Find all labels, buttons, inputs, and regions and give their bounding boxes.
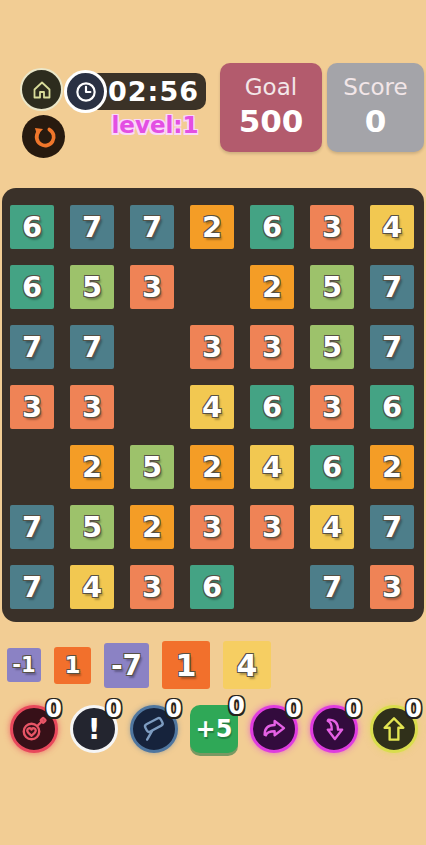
board-tile-r7c7[interactable]: 3 — [370, 565, 414, 609]
game-board: 6772634653257773357334636252462752334774… — [2, 188, 424, 622]
board-tile-r7c6[interactable]: 7 — [310, 565, 354, 609]
tray-tile-1[interactable]: -1 — [7, 648, 41, 682]
arrow-right-count-badge: 0 — [285, 695, 302, 723]
board-tile-r4c7[interactable]: 6 — [370, 385, 414, 429]
board-tile-r5c7[interactable]: 2 — [370, 445, 414, 489]
board-tile-r3c5[interactable]: 3 — [250, 325, 294, 369]
board-tile-r6c3[interactable]: 2 — [130, 505, 174, 549]
hammer-count-badge: 0 — [165, 695, 182, 723]
board-tile-r3c6[interactable]: 5 — [310, 325, 354, 369]
tray-tile-4[interactable]: 1 — [162, 641, 210, 689]
board-tile-r3c4[interactable]: 3 — [190, 325, 234, 369]
board-empty-cell-r3c3 — [130, 325, 174, 369]
board-tile-r2c3[interactable]: 3 — [130, 265, 174, 309]
board-tile-r2c1[interactable]: 6 — [10, 265, 54, 309]
score-card: Score 0 — [327, 63, 424, 152]
tray-tile-5[interactable]: 4 — [223, 641, 271, 689]
goal-card: Goal 500 — [220, 63, 322, 152]
board-tile-r1c1[interactable]: 6 — [10, 205, 54, 249]
board-tile-r1c2[interactable]: 7 — [70, 205, 114, 249]
timer-value: 02:56 — [108, 76, 199, 107]
restart-icon — [30, 123, 58, 151]
board-tile-r6c2[interactable]: 5 — [70, 505, 114, 549]
arrow-up-button[interactable]: 0 — [370, 705, 418, 753]
board-tile-r5c2[interactable]: 2 — [70, 445, 114, 489]
board-tile-r4c1[interactable]: 3 — [10, 385, 54, 429]
level-label: level:1 — [96, 112, 214, 138]
heart-magnifier-count-badge: 0 — [45, 695, 62, 723]
board-tile-r7c4[interactable]: 6 — [190, 565, 234, 609]
board-tile-r7c1[interactable]: 7 — [10, 565, 54, 609]
board-tile-r4c4[interactable]: 4 — [190, 385, 234, 429]
board-tile-r5c6[interactable]: 6 — [310, 445, 354, 489]
restart-button[interactable] — [22, 115, 65, 158]
board-tile-r1c7[interactable]: 4 — [370, 205, 414, 249]
board-tile-r2c2[interactable]: 5 — [70, 265, 114, 309]
clock-icon — [73, 79, 99, 105]
home-icon — [30, 78, 54, 102]
plus-five-icon: +5 — [196, 715, 233, 743]
arrow-up-count-badge: 0 — [405, 695, 422, 723]
powerup-bar: 0 ! 0 0 +5 0 0 — [10, 705, 418, 753]
board-tile-r1c5[interactable]: 6 — [250, 205, 294, 249]
home-button[interactable] — [20, 68, 63, 111]
board-empty-cell-r2c4 — [190, 265, 234, 309]
board-tile-r1c3[interactable]: 7 — [130, 205, 174, 249]
plus-five-button[interactable]: +5 0 — [190, 705, 238, 753]
board-tile-r4c2[interactable]: 3 — [70, 385, 114, 429]
score-value: 0 — [365, 102, 387, 141]
board-tile-r5c5[interactable]: 4 — [250, 445, 294, 489]
next-tiles-tray: -11-714 — [7, 640, 271, 690]
board-empty-cell-r4c3 — [130, 385, 174, 429]
board-tile-r2c5[interactable]: 2 — [250, 265, 294, 309]
board-tile-r3c1[interactable]: 7 — [10, 325, 54, 369]
board-tile-r1c4[interactable]: 2 — [190, 205, 234, 249]
board-tile-r2c6[interactable]: 5 — [310, 265, 354, 309]
board-tile-r1c6[interactable]: 3 — [310, 205, 354, 249]
goal-value: 500 — [239, 102, 304, 141]
exclamation-count-badge: 0 — [105, 695, 122, 723]
score-label: Score — [343, 74, 407, 102]
board-tile-r5c4[interactable]: 2 — [190, 445, 234, 489]
tray-tile-2[interactable]: 1 — [54, 647, 91, 684]
board-tile-r4c5[interactable]: 6 — [250, 385, 294, 429]
heart-magnifier-button[interactable]: 0 — [10, 705, 58, 753]
board-tile-r7c2[interactable]: 4 — [70, 565, 114, 609]
exclamation-icon: ! — [87, 715, 100, 744]
arrow-right-button[interactable]: 0 — [250, 705, 298, 753]
board-empty-cell-r7c5 — [250, 565, 294, 609]
board-tile-r6c4[interactable]: 3 — [190, 505, 234, 549]
hammer-button[interactable]: 0 — [130, 705, 178, 753]
goal-label: Goal — [245, 74, 297, 102]
board-tile-r3c7[interactable]: 7 — [370, 325, 414, 369]
board-tile-r7c3[interactable]: 3 — [130, 565, 174, 609]
plus-five-count-badge: 0 — [228, 692, 245, 720]
exclamation-button[interactable]: ! 0 — [70, 705, 118, 753]
board-tile-r6c7[interactable]: 7 — [370, 505, 414, 549]
board-tile-r4c6[interactable]: 3 — [310, 385, 354, 429]
arrow-down-count-badge: 0 — [345, 695, 362, 723]
board-tile-r5c3[interactable]: 5 — [130, 445, 174, 489]
tray-tile-3[interactable]: -7 — [104, 643, 149, 688]
board-tile-r6c1[interactable]: 7 — [10, 505, 54, 549]
board-empty-cell-r5c1 — [10, 445, 54, 489]
arrow-down-button[interactable]: 0 — [310, 705, 358, 753]
board-tile-r6c6[interactable]: 4 — [310, 505, 354, 549]
board-tile-r6c5[interactable]: 3 — [250, 505, 294, 549]
clock-button[interactable] — [64, 70, 107, 113]
board-tile-r3c2[interactable]: 7 — [70, 325, 114, 369]
board-tile-r2c7[interactable]: 7 — [370, 265, 414, 309]
board-grid: 6772634653257773357334636252462752334774… — [10, 205, 414, 609]
